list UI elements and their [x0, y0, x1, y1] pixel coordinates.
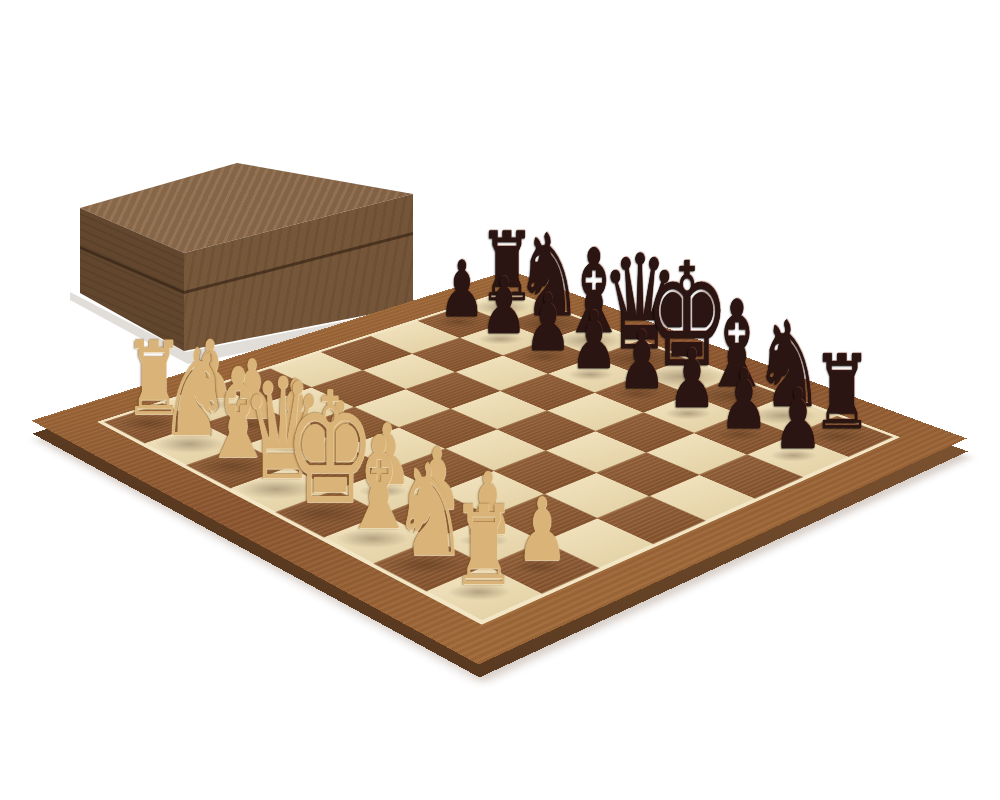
pieces-layer: ♜♟♞♟♝♟♛♟♚♟♝♟♟♞♜♟♟♜♞♟♟♝♟♛♟♚♟♝♟♞♟♜: [0, 0, 1000, 800]
piece-black-pawn: ♟: [618, 320, 666, 400]
piece-black-pawn: ♟: [668, 339, 716, 420]
piece-black-pawn: ♟: [439, 251, 485, 328]
piece-black-pawn: ♟: [571, 301, 618, 381]
piece-white-pawn: ♟: [516, 486, 568, 573]
piece-black-pawn: ♟: [481, 267, 527, 345]
piece-white-rook: ♜: [452, 491, 517, 601]
piece-black-pawn: ♟: [719, 359, 768, 441]
chess-set-photo-scene: ♜♟♞♟♝♟♛♟♚♟♝♟♟♞♜♟♟♜♞♟♟♝♟♛♟♚♟♝♟♞♟♜: [0, 0, 1000, 800]
piece-black-pawn: ♟: [773, 379, 822, 462]
piece-black-pawn: ♟: [525, 284, 572, 363]
